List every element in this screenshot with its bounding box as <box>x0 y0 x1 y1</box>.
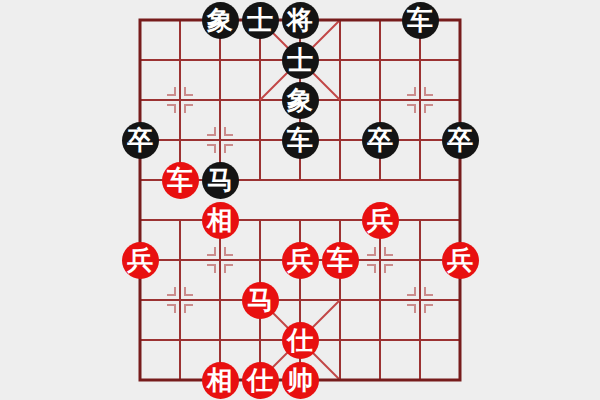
piece-black-horse[interactable]: 马 <box>202 162 239 199</box>
piece-black-soldier[interactable]: 卒 <box>122 122 159 159</box>
piece-black-soldier[interactable]: 卒 <box>442 122 479 159</box>
piece-red-advisor[interactable]: 仕 <box>242 362 279 399</box>
piece-red-chariot[interactable]: 车 <box>162 162 199 199</box>
piece-red-elephant[interactable]: 相 <box>202 362 239 399</box>
piece-black-advisor[interactable]: 士 <box>242 2 279 39</box>
xiangqi-board: 象士将车士象卒车卒卒车马相兵兵兵车兵马仕相仕帅 <box>0 0 600 400</box>
piece-red-soldier[interactable]: 兵 <box>122 242 159 279</box>
piece-red-general[interactable]: 帅 <box>282 362 319 399</box>
piece-black-chariot[interactable]: 车 <box>402 2 439 39</box>
piece-black-soldier[interactable]: 卒 <box>362 122 399 159</box>
piece-red-elephant[interactable]: 相 <box>202 202 239 239</box>
piece-red-advisor[interactable]: 仕 <box>282 322 319 359</box>
piece-black-elephant[interactable]: 象 <box>282 82 319 119</box>
piece-red-soldier[interactable]: 兵 <box>362 202 399 239</box>
piece-black-general[interactable]: 将 <box>282 2 319 39</box>
piece-black-chariot[interactable]: 车 <box>282 122 319 159</box>
piece-red-soldier[interactable]: 兵 <box>282 242 319 279</box>
piece-red-chariot[interactable]: 车 <box>322 242 359 279</box>
piece-black-advisor[interactable]: 士 <box>282 42 319 79</box>
piece-red-horse[interactable]: 马 <box>242 282 279 319</box>
pieces-grid: 象士将车士象卒车卒卒车马相兵兵兵车兵马仕相仕帅 <box>120 0 480 400</box>
piece-black-elephant[interactable]: 象 <box>202 2 239 39</box>
piece-red-soldier[interactable]: 兵 <box>442 242 479 279</box>
